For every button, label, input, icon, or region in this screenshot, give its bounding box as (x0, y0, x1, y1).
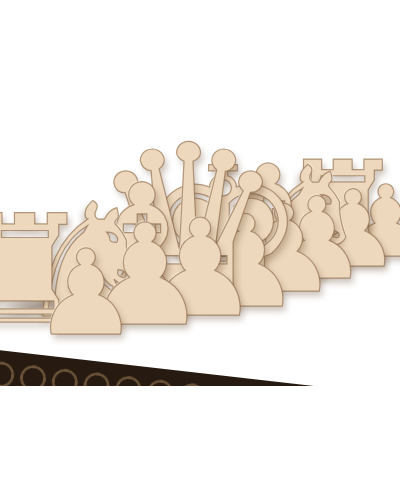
photo-crop-edge (0, 386, 400, 498)
product-photo: 234 ♜♞♝♛♚♝♞♜♟♟♟♟♟♟♟♟ (0, 0, 400, 498)
white-pawn-a2[interactable]: ♟ (33, 234, 139, 352)
